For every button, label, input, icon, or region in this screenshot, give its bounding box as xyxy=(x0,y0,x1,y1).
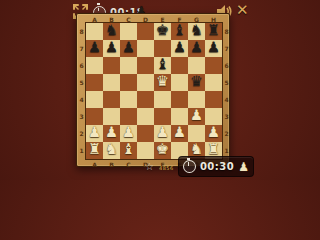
square-e2[interactable]: ♟ xyxy=(154,125,171,142)
square-e1[interactable]: ♚ xyxy=(154,142,171,159)
square-e7[interactable] xyxy=(154,40,171,57)
square-f6[interactable] xyxy=(171,57,188,74)
square-h8[interactable]: ♜ xyxy=(205,23,222,40)
rank-label-4-right: 4 xyxy=(222,91,231,108)
rank-label-5-left: 5 xyxy=(77,74,86,91)
rank-label-4-left: 4 xyxy=(77,91,86,108)
square-c7[interactable]: ♟ xyxy=(120,40,137,57)
rank-label-7-left: 7 xyxy=(77,40,86,57)
white-pawn-e2[interactable]: ♟ xyxy=(154,123,171,142)
black-rook-h8[interactable]: ♜ xyxy=(205,21,222,40)
black-bishop-f8[interactable]: ♝ xyxy=(171,21,188,40)
square-b7[interactable]: ♟ xyxy=(103,40,120,57)
square-a7[interactable]: ♟ xyxy=(86,40,103,57)
rank-label-6-left: 6 xyxy=(77,57,86,74)
square-f4[interactable] xyxy=(171,91,188,108)
square-f3[interactable] xyxy=(171,108,188,125)
square-c2[interactable]: ♟ xyxy=(120,125,137,142)
rank-label-3-left: 3 xyxy=(77,108,86,125)
white-pawn-g3[interactable]: ♟ xyxy=(188,106,205,125)
black-king-e8[interactable]: ♚ xyxy=(154,21,171,40)
white-clock-time: 00:30 xyxy=(200,161,234,172)
square-g6[interactable] xyxy=(188,57,205,74)
rank-label-7-right: 7 xyxy=(222,40,231,57)
square-g4[interactable] xyxy=(188,91,205,108)
score-hint-text: 4856 xyxy=(159,165,174,171)
black-knight-g8[interactable]: ♞ xyxy=(188,21,205,40)
square-b8[interactable]: ♞ xyxy=(103,23,120,40)
square-a3[interactable] xyxy=(86,108,103,125)
square-c6[interactable] xyxy=(120,57,137,74)
square-a6[interactable] xyxy=(86,57,103,74)
square-b3[interactable] xyxy=(103,108,120,125)
square-a5[interactable] xyxy=(86,74,103,91)
square-f2[interactable]: ♟ xyxy=(171,125,188,142)
rank-label-8-right: 8 xyxy=(222,23,231,40)
square-d7[interactable] xyxy=(137,40,154,57)
black-pawn-a7[interactable]: ♟ xyxy=(86,38,103,57)
square-e5[interactable]: ♛ xyxy=(154,74,171,91)
square-h4[interactable] xyxy=(205,91,222,108)
square-b1[interactable]: ♞ xyxy=(103,142,120,159)
white-king-e1[interactable]: ♚ xyxy=(154,140,171,159)
square-h2[interactable]: ♟ xyxy=(205,125,222,142)
white-bishop-c1[interactable]: ♝ xyxy=(120,140,137,159)
black-pawn-g7[interactable]: ♟ xyxy=(188,38,205,57)
square-g7[interactable]: ♟ xyxy=(188,40,205,57)
white-piece-indicator-icon[interactable]: ♟ xyxy=(238,160,249,174)
stopwatch-icon xyxy=(183,160,196,173)
square-h5[interactable] xyxy=(205,74,222,91)
rank-label-5-right: 5 xyxy=(222,74,231,91)
black-pawn-c7[interactable]: ♟ xyxy=(120,38,137,57)
black-pawn-b7[interactable]: ♟ xyxy=(103,38,120,57)
square-a2[interactable]: ♟ xyxy=(86,125,103,142)
square-g8[interactable]: ♞ xyxy=(188,23,205,40)
rank-label-8-left: 8 xyxy=(77,23,86,40)
rank-label-2-left: 2 xyxy=(77,125,86,142)
chess-board[interactable]: ♞♚♝♞♜♟♟♟♟♟♟♝♛♛♟♟♟♟♟♟♟♜♞♝♚♞♜ xyxy=(86,23,222,159)
square-d3[interactable] xyxy=(137,108,154,125)
rank-label-3-right: 3 xyxy=(222,108,231,125)
white-clock-panel: 00:30 ♟ xyxy=(178,156,254,177)
file-label-a-bottom: A xyxy=(86,160,103,169)
favorite-star-icon[interactable]: ☆ xyxy=(145,161,154,172)
black-pawn-h7[interactable]: ♟ xyxy=(205,38,222,57)
square-c5[interactable] xyxy=(120,74,137,91)
rank-label-6-right: 6 xyxy=(222,57,231,74)
square-b4[interactable] xyxy=(103,91,120,108)
square-h3[interactable] xyxy=(205,108,222,125)
rank-label-2-right: 2 xyxy=(222,125,231,142)
square-e8[interactable]: ♚ xyxy=(154,23,171,40)
black-bishop-e6[interactable]: ♝ xyxy=(154,55,171,74)
square-c3[interactable] xyxy=(120,108,137,125)
black-knight-b8[interactable]: ♞ xyxy=(103,21,120,40)
square-d8[interactable] xyxy=(137,23,154,40)
square-a1[interactable]: ♜ xyxy=(86,142,103,159)
square-c8[interactable] xyxy=(120,23,137,40)
square-c1[interactable]: ♝ xyxy=(120,142,137,159)
file-label-b-bottom: B xyxy=(103,160,120,169)
square-e3[interactable] xyxy=(154,108,171,125)
square-f7[interactable]: ♟ xyxy=(171,40,188,57)
square-d4[interactable] xyxy=(137,91,154,108)
square-b6[interactable] xyxy=(103,57,120,74)
white-pawn-h2[interactable]: ♟ xyxy=(205,123,222,142)
square-d5[interactable] xyxy=(137,74,154,91)
chess-board-frame: ♞♚♝♞♜♟♟♟♟♟♟♝♛♛♟♟♟♟♟♟♟♜♞♝♚♞♜ AABBCCDDEEFF… xyxy=(76,13,230,167)
square-d1[interactable] xyxy=(137,142,154,159)
square-d2[interactable] xyxy=(137,125,154,142)
white-knight-b1[interactable]: ♞ xyxy=(103,140,120,159)
square-g5[interactable]: ♛ xyxy=(188,74,205,91)
square-a8[interactable] xyxy=(86,23,103,40)
white-rook-a1[interactable]: ♜ xyxy=(86,140,103,159)
square-h6[interactable] xyxy=(205,57,222,74)
black-pawn-f7[interactable]: ♟ xyxy=(171,38,188,57)
white-pawn-a2[interactable]: ♟ xyxy=(86,123,103,142)
square-d6[interactable] xyxy=(137,57,154,74)
square-e6[interactable]: ♝ xyxy=(154,57,171,74)
white-pawn-f2[interactable]: ♟ xyxy=(171,123,188,142)
file-label-c-bottom: C xyxy=(120,160,137,169)
rank-label-1-left: 1 xyxy=(77,142,86,159)
white-queen-e5[interactable]: ♛ xyxy=(154,72,171,91)
white-pawn-c2[interactable]: ♟ xyxy=(120,123,137,142)
square-c4[interactable] xyxy=(120,91,137,108)
square-b5[interactable] xyxy=(103,74,120,91)
square-h7[interactable]: ♟ xyxy=(205,40,222,57)
close-icon[interactable]: ✕ xyxy=(236,1,249,19)
square-e4[interactable] xyxy=(154,91,171,108)
white-pawn-b2[interactable]: ♟ xyxy=(103,123,120,142)
square-g2[interactable] xyxy=(188,125,205,142)
square-b2[interactable]: ♟ xyxy=(103,125,120,142)
square-a4[interactable] xyxy=(86,91,103,108)
square-f5[interactable] xyxy=(171,74,188,91)
square-g3[interactable]: ♟ xyxy=(188,108,205,125)
black-queen-g5[interactable]: ♛ xyxy=(188,72,205,91)
square-f8[interactable]: ♝ xyxy=(171,23,188,40)
